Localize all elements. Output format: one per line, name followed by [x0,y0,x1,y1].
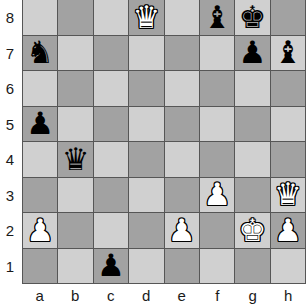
square-d6[interactable] [129,71,163,106]
square-h6[interactable] [271,71,305,106]
piece-black-bishop: ♝ [274,37,302,68]
square-c2[interactable] [94,213,128,248]
square-f2[interactable] [200,213,234,248]
piece-black-king: ♚ [239,2,267,33]
square-d7[interactable] [129,36,163,71]
piece-black-knight: ♞ [26,37,54,68]
square-f3[interactable]: ♟ [200,178,234,213]
rank-label-1: 1 [0,249,22,285]
square-a2[interactable]: ♟ [23,213,57,248]
square-f4[interactable] [200,142,234,177]
piece-white-pawn: ♟ [26,215,54,246]
square-b8[interactable] [58,0,92,35]
square-g1[interactable] [235,249,269,284]
square-e1[interactable] [165,249,199,284]
piece-black-pawn: ♟ [239,37,267,68]
square-g6[interactable] [235,71,269,106]
chess-board-widget: 87654321 ♛♝♚♞♟♝♟♛♟♛♟♟♚♟♟ abcdefgh [0,0,306,306]
square-c7[interactable] [94,36,128,71]
square-a3[interactable] [23,178,57,213]
rank-labels: 87654321 [0,0,22,284]
square-e6[interactable] [165,71,199,106]
piece-white-king: ♚ [239,215,267,246]
square-a1[interactable] [23,249,57,284]
square-a5[interactable]: ♟ [23,107,57,142]
square-d5[interactable] [129,107,163,142]
square-b7[interactable] [58,36,92,71]
file-label-f: f [200,284,236,306]
square-f8[interactable]: ♝ [200,0,234,35]
square-d2[interactable] [129,213,163,248]
square-e4[interactable] [165,142,199,177]
file-label-e: e [164,284,200,306]
square-g8[interactable]: ♚ [235,0,269,35]
piece-black-pawn: ♟ [97,250,125,281]
square-a7[interactable]: ♞ [23,36,57,71]
chess-board: ♛♝♚♞♟♝♟♛♟♛♟♟♚♟♟ [22,0,306,284]
file-label-c: c [93,284,129,306]
piece-white-pawn: ♟ [168,215,196,246]
square-b3[interactable] [58,178,92,213]
piece-black-bishop: ♝ [203,2,231,33]
square-g4[interactable] [235,142,269,177]
square-h4[interactable] [271,142,305,177]
square-g3[interactable] [235,178,269,213]
file-label-a: a [22,284,58,306]
square-g5[interactable] [235,107,269,142]
piece-white-pawn: ♟ [203,179,231,210]
square-h5[interactable] [271,107,305,142]
rank-label-4: 4 [0,142,22,178]
file-label-d: d [129,284,165,306]
square-a8[interactable] [23,0,57,35]
square-a6[interactable] [23,71,57,106]
piece-black-queen: ♛ [62,144,90,175]
rank-label-5: 5 [0,107,22,143]
square-h7[interactable]: ♝ [271,36,305,71]
square-c5[interactable] [94,107,128,142]
square-h8[interactable] [271,0,305,35]
square-b6[interactable] [58,71,92,106]
square-e5[interactable] [165,107,199,142]
square-e2[interactable]: ♟ [165,213,199,248]
rank-label-7: 7 [0,36,22,72]
square-e8[interactable] [165,0,199,35]
file-labels: abcdefgh [22,284,306,306]
square-b5[interactable] [58,107,92,142]
square-d8[interactable]: ♛ [129,0,163,35]
file-label-h: h [271,284,307,306]
square-d4[interactable] [129,142,163,177]
square-b4[interactable]: ♛ [58,142,92,177]
rank-label-8: 8 [0,0,22,36]
square-d1[interactable] [129,249,163,284]
rank-label-6: 6 [0,71,22,107]
square-e7[interactable] [165,36,199,71]
square-h2[interactable]: ♟ [271,213,305,248]
piece-white-queen: ♛ [274,179,302,210]
square-c1[interactable]: ♟ [94,249,128,284]
square-c3[interactable] [94,178,128,213]
square-b1[interactable] [58,249,92,284]
square-f1[interactable] [200,249,234,284]
piece-white-pawn: ♟ [274,215,302,246]
square-b2[interactable] [58,213,92,248]
square-a4[interactable] [23,142,57,177]
square-c6[interactable] [94,71,128,106]
square-f6[interactable] [200,71,234,106]
square-c4[interactable] [94,142,128,177]
square-h3[interactable]: ♛ [271,178,305,213]
square-g7[interactable]: ♟ [235,36,269,71]
square-c8[interactable] [94,0,128,35]
rank-label-2: 2 [0,213,22,249]
square-f5[interactable] [200,107,234,142]
piece-white-queen: ♛ [132,2,160,33]
piece-black-pawn: ♟ [26,108,54,139]
square-f7[interactable] [200,36,234,71]
file-label-g: g [235,284,271,306]
square-e3[interactable] [165,178,199,213]
file-label-b: b [58,284,94,306]
square-h1[interactable] [271,249,305,284]
rank-label-3: 3 [0,178,22,214]
square-g2[interactable]: ♚ [235,213,269,248]
square-d3[interactable] [129,178,163,213]
